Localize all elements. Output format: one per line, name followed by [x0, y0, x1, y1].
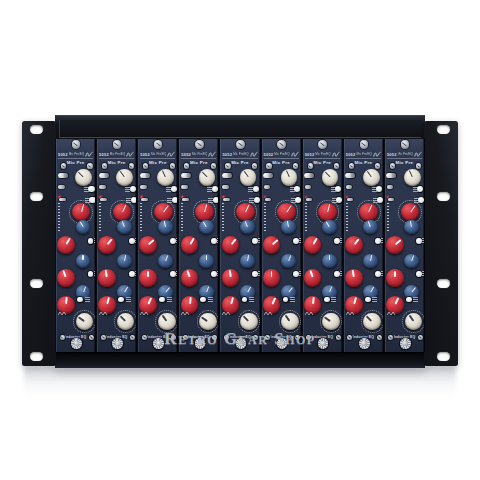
eq-freq-knob-blue: [240, 254, 255, 269]
neve-script-logo-icon: [373, 151, 381, 158]
model-row: 5052Mic Pre/EQ: [58, 150, 93, 159]
eq-freq-knob-blue: [404, 220, 419, 235]
di-input-jack: [225, 163, 230, 168]
model-suffix-label: Mic Pre/EQ: [315, 152, 330, 156]
gain-range-toggle: [141, 173, 150, 178]
phantom-toggle: [140, 185, 147, 189]
trim-knob-red: [236, 203, 255, 222]
knob-pointer-icon: [97, 268, 117, 288]
eq-curve-zigzag-icon: [346, 311, 355, 316]
module-mount-screw-top: [72, 140, 80, 148]
eq-in-button: [242, 297, 248, 303]
hpf-button: [336, 197, 342, 203]
ear-mount-hole: [437, 192, 450, 201]
label-engraving: [125, 187, 130, 192]
level-scale-strip: [305, 203, 307, 233]
eq-in-button: [118, 297, 124, 303]
ear-mount-hole: [30, 279, 43, 288]
gain-range-toggle: [100, 173, 109, 178]
neve-script-logo-icon: [250, 151, 258, 158]
eq-gain-knob-red: [345, 269, 363, 287]
mic-gain-knob: [240, 169, 257, 186]
eq-gain-knob-red: [386, 236, 404, 254]
knob-pointer-icon: [402, 252, 421, 271]
silk-button: [130, 186, 136, 192]
silk-button: [171, 186, 177, 192]
knob-pointer-icon: [139, 269, 157, 287]
eq-gain-knob-red: [98, 236, 116, 254]
level-scale-strip: [99, 203, 101, 233]
panel-screw: [142, 335, 147, 340]
phantom-toggle: [222, 185, 229, 189]
eq-freq-knob-blue: [199, 254, 214, 269]
neve-script-logo-icon: [126, 151, 134, 158]
di-input-jack: [184, 163, 189, 168]
gain-range-toggle: [346, 173, 355, 178]
eq-curve-zigzag-icon: [181, 311, 190, 316]
knob-pointer-icon: [322, 254, 337, 269]
model-row: 5052Mic Pre/EQ: [387, 150, 422, 159]
knob-pointer-icon: [384, 233, 407, 258]
eq-freq-knob-blue: [404, 254, 419, 269]
panel-screw: [170, 163, 175, 168]
trim-knob-red: [318, 203, 337, 222]
polarity-toggle: [182, 198, 189, 202]
trim-knob-red: [154, 203, 173, 222]
model-label: 5052: [346, 152, 356, 157]
knob-pointer-icon: [219, 233, 242, 258]
knob-pointer-icon: [199, 254, 214, 269]
polarity-toggle: [306, 198, 313, 202]
polarity-toggle: [347, 198, 354, 202]
eq-gain-knob-red: [181, 236, 199, 254]
panel-screw: [89, 335, 94, 340]
knob-pointer-icon: [137, 233, 160, 258]
di-input-jack: [349, 163, 354, 168]
model-suffix-label: Mic Pre/EQ: [398, 152, 413, 156]
label-engraving: [84, 187, 89, 192]
neve-script-logo-icon: [332, 151, 340, 158]
knob-pointer-icon: [386, 269, 404, 287]
label-engraving: [126, 297, 131, 302]
phantom-toggle: [264, 185, 271, 189]
eq-curve-zigzag-icon: [222, 311, 231, 316]
knob-pointer-icon: [239, 252, 256, 269]
di-input-jack: [102, 163, 107, 168]
phantom-toggle: [181, 185, 188, 189]
di-input-jack: [143, 163, 148, 168]
di-input-jack: [61, 163, 66, 168]
hpf-button: [172, 197, 178, 203]
eq-freq-knob-blue: [363, 254, 378, 269]
label-engraving: [167, 297, 172, 302]
model-label: 5052: [58, 152, 68, 157]
panel-screw: [388, 335, 393, 340]
eq-in-button: [324, 297, 330, 303]
gain-range-toggle: [182, 173, 191, 178]
label-engraving: [331, 187, 336, 192]
ear-mount-hole: [30, 192, 43, 201]
di-input-jack: [390, 163, 395, 168]
ear-mount-hole: [30, 125, 43, 134]
eq-in-button: [406, 297, 412, 303]
eq-gain-knob-red: [263, 269, 281, 287]
silk-button: [212, 186, 218, 192]
lf-knob-cream: [240, 313, 258, 331]
eq-freq-knob-blue: [76, 254, 91, 269]
label-engraving: [422, 238, 425, 243]
knob-pointer-icon: [155, 282, 176, 303]
module-mount-screw-top: [113, 140, 121, 148]
label-engraving: [85, 297, 90, 302]
model-row: 5052Mic Pre/EQ: [99, 150, 134, 159]
mic-gain-knob: [157, 169, 174, 186]
hpf-button: [89, 197, 95, 203]
module-mount-screw-top: [195, 140, 203, 148]
module-5052-channel: 5052Mic Pre/EQMic PreInductor EQ: [343, 139, 384, 352]
mic-gain-knob: [363, 169, 380, 186]
module-mount-screw-top: [318, 140, 326, 148]
label-engraving: [372, 297, 377, 302]
eq-gain-knob-red: [386, 269, 404, 287]
table-reflection: [24, 367, 456, 397]
module-5052-channel: 5052Mic Pre/EQMic PreInductor EQ: [219, 139, 260, 352]
label-engraving: [290, 187, 295, 192]
hpf-button: [377, 197, 383, 203]
panel-screw: [334, 163, 339, 168]
module-5052-channel: 5052Mic Pre/EQMic PreInductor EQ: [302, 139, 343, 352]
trim-knob-red: [359, 203, 378, 222]
ear-mount-hole: [437, 125, 450, 134]
level-scale-strip: [346, 203, 348, 233]
gain-range-toggle: [223, 173, 232, 178]
panel-screw: [293, 163, 298, 168]
hpf-button: [418, 197, 424, 203]
label-engraving: [331, 297, 336, 302]
module-5052-channel: 5052Mic Pre/EQMic PreInductor EQ: [384, 139, 425, 352]
polarity-toggle: [223, 198, 230, 202]
eq-freq-knob-blue: [240, 220, 255, 235]
rack-ear-right: [424, 121, 458, 366]
model-suffix-label: Mic Pre/EQ: [110, 152, 125, 156]
eq-freq-knob-blue: [158, 220, 173, 235]
knob-pointer-icon: [278, 282, 299, 303]
polarity-toggle: [100, 198, 107, 202]
panel-screw: [375, 163, 380, 168]
lf-knob-cream: [199, 313, 217, 331]
panel-screw: [129, 163, 134, 168]
eq-curve-zigzag-icon: [140, 311, 149, 316]
module-rack: 5052Mic Pre/EQMic PreInductor EQ5052Mic …: [55, 139, 425, 352]
level-scale-strip: [58, 203, 60, 233]
level-scale-strip: [264, 203, 266, 233]
label-engraving: [249, 297, 254, 302]
module-mount-screw-top: [154, 140, 162, 148]
eq-gain-knob-red: [345, 236, 363, 254]
knob-pointer-icon: [263, 269, 281, 287]
model-row: 5052Mic Pre/EQ: [181, 150, 216, 159]
eq-gain-knob-red: [222, 236, 240, 254]
hpf-button: [213, 197, 219, 203]
model-row: 5052Mic Pre/EQ: [264, 150, 299, 159]
eq-gain-knob-red: [181, 269, 199, 287]
panel-screw: [211, 163, 216, 168]
eq-curve-zigzag-icon: [58, 311, 67, 316]
trim-knob-red: [72, 203, 91, 222]
ear-mount-hole: [437, 279, 450, 288]
model-row: 5052Mic Pre/EQ: [140, 150, 175, 159]
mic-gain-knob: [322, 169, 339, 186]
eq-freq-knob-blue: [281, 220, 296, 235]
module-thumbscrew: [112, 338, 123, 349]
eq-freq-knob-blue: [158, 254, 173, 269]
trim-knob-red: [401, 203, 420, 222]
panel-screw: [101, 335, 106, 340]
knob-pointer-icon: [261, 233, 284, 258]
eq-freq-knob-blue: [322, 220, 337, 235]
trim-knob-red: [277, 203, 296, 222]
eq-freq-knob-blue: [281, 254, 296, 269]
gain-range-toggle: [59, 173, 68, 178]
panel-screw: [252, 163, 257, 168]
eq-gain-knob-red: [98, 269, 116, 287]
model-label: 5052: [387, 152, 397, 157]
panel-screw: [87, 163, 92, 168]
module-thumbscrew: [318, 338, 329, 349]
eq-gain-knob-red: [139, 236, 157, 254]
di-input-jack: [308, 163, 313, 168]
model-suffix-label: Mic Pre/EQ: [192, 152, 207, 156]
rack-top-blank-panel: [55, 115, 425, 141]
knob-pointer-icon: [279, 252, 298, 271]
lf-knob-cream: [281, 313, 299, 331]
knob-pointer-icon: [280, 218, 297, 235]
panel-screw: [377, 335, 382, 340]
panel-screw: [347, 335, 352, 340]
eq-freq-knob-blue: [322, 254, 337, 269]
silk-button: [335, 186, 341, 192]
eq-freq-knob-blue: [76, 220, 91, 235]
model-row: 5052Mic Pre/EQ: [305, 150, 340, 159]
model-label: 5052: [264, 152, 274, 157]
module-5052-channel: 5052Mic Pre/EQMic PreInductor EQ: [137, 139, 178, 352]
module-mount-screw-top: [360, 140, 368, 148]
watermark-text: Retro Gear Shop: [164, 329, 315, 349]
eq-gain-knob-red: [222, 269, 240, 287]
module-mount-screw-top: [401, 140, 409, 148]
eq-curve-zigzag-icon: [305, 311, 314, 316]
eq-freq-knob-blue: [363, 220, 378, 235]
eq-in-button: [200, 297, 206, 303]
polarity-toggle: [265, 198, 272, 202]
eq-in-button: [77, 297, 83, 303]
polarity-toggle: [388, 198, 395, 202]
knob-pointer-icon: [157, 218, 174, 235]
ear-mount-hole: [30, 352, 43, 361]
knob-pointer-icon: [116, 252, 133, 269]
silk-button: [88, 186, 94, 192]
product-photo-scene: 5052Mic Pre/EQMic PreInductor EQ5052Mic …: [0, 0, 480, 480]
mic-gain-knob: [404, 169, 421, 186]
knob-pointer-icon: [178, 267, 200, 290]
eq-gain-knob-red: [139, 269, 157, 287]
trim-knob-red: [113, 203, 132, 222]
panel-screw: [418, 335, 423, 340]
phantom-toggle: [346, 185, 353, 189]
module-5052-channel: 5052Mic Pre/EQMic PreInductor EQ: [55, 139, 96, 352]
eq-freq-knob-blue: [117, 254, 132, 269]
module-thumbscrew: [153, 338, 164, 349]
knob-pointer-icon: [302, 267, 324, 290]
module-thumbscrew: [71, 338, 82, 349]
trim-knob-red: [195, 203, 214, 222]
label-engraving: [290, 297, 295, 302]
mic-gain-knob: [199, 169, 216, 186]
eq-in-button: [365, 297, 371, 303]
knob-pointer-icon: [361, 282, 381, 302]
di-input-jack: [266, 163, 271, 168]
eq-freq-knob-blue: [199, 220, 214, 235]
label-engraving: [422, 271, 425, 276]
hpf-button: [254, 197, 260, 203]
model-row: 5052Mic Pre/EQ: [222, 150, 257, 159]
eq-gain-knob-red: [263, 236, 281, 254]
knob-pointer-icon: [156, 252, 175, 271]
model-suffix-label: Mic Pre/EQ: [233, 152, 248, 156]
model-label: 5052: [222, 152, 232, 157]
polarity-toggle: [59, 198, 66, 202]
knob-pointer-icon: [302, 233, 325, 257]
eq-gain-knob-red: [304, 269, 322, 287]
knob-pointer-icon: [220, 268, 240, 288]
knob-pointer-icon: [362, 252, 379, 269]
lf-knob-cream: [158, 313, 176, 331]
mic-gain-knob: [116, 169, 133, 186]
eq-in-button: [159, 297, 165, 303]
eq-curve-zigzag-icon: [387, 311, 396, 316]
model-suffix-label: Mic Pre/EQ: [274, 152, 289, 156]
eq-curve-zigzag-icon: [264, 311, 273, 316]
model-label: 5052: [305, 152, 315, 157]
phantom-toggle: [58, 185, 65, 189]
neve-script-logo-icon: [85, 151, 93, 158]
knob-pointer-icon: [55, 233, 78, 257]
knob-pointer-icon: [343, 233, 366, 258]
phantom-toggle: [305, 185, 312, 189]
label-engraving: [166, 187, 171, 192]
silk-button: [417, 186, 423, 192]
hpf-button: [295, 197, 301, 203]
model-suffix-label: Mic Pre/EQ: [69, 152, 84, 156]
hpf-button: [131, 197, 137, 203]
label-engraving: [372, 187, 377, 192]
neve-script-logo-icon: [414, 151, 422, 158]
level-scale-strip: [181, 203, 183, 233]
knob-pointer-icon: [96, 233, 119, 258]
gain-range-toggle: [264, 173, 273, 178]
silk-button: [253, 186, 259, 192]
panel-screw: [336, 335, 341, 340]
phantom-toggle: [99, 185, 106, 189]
level-scale-strip: [140, 203, 142, 233]
module-5052-channel: 5052Mic Pre/EQMic PreInductor EQ: [178, 139, 219, 352]
gain-range-toggle: [387, 173, 396, 178]
model-row: 5052Mic Pre/EQ: [346, 150, 381, 159]
knob-pointer-icon: [76, 254, 91, 269]
gain-range-toggle: [305, 173, 314, 178]
lf-knob-cream: [76, 313, 94, 331]
module-mount-screw-top: [277, 140, 285, 148]
model-label: 5052: [99, 152, 109, 157]
mic-gain-knob: [75, 169, 92, 186]
lf-knob-cream: [117, 313, 135, 331]
module-mount-screw-top: [236, 140, 244, 148]
knob-pointer-icon: [237, 282, 257, 302]
knob-pointer-icon: [114, 282, 134, 302]
eq-gain-knob-red: [57, 269, 75, 287]
lf-knob-cream: [322, 313, 340, 331]
lf-knob-cream: [405, 313, 423, 331]
model-suffix-label: Mic Pre/EQ: [356, 152, 371, 156]
module-thumbscrew: [400, 338, 411, 349]
knob-pointer-icon: [401, 282, 422, 303]
rack-bottom-rail: [55, 352, 425, 368]
label-engraving: [207, 187, 212, 192]
panel-screw: [416, 163, 421, 168]
silk-button: [294, 186, 300, 192]
module-thumbscrew: [359, 338, 370, 349]
module-5052-channel: 5052Mic Pre/EQMic PreInductor EQ: [96, 139, 137, 352]
panel-screw: [130, 335, 135, 340]
eq-gain-knob-red: [304, 236, 322, 254]
neve-script-logo-icon: [167, 151, 175, 158]
panel-screw: [60, 335, 65, 340]
neve-script-logo-icon: [208, 151, 216, 158]
knob-pointer-icon: [344, 268, 364, 288]
phantom-toggle: [387, 185, 394, 189]
rack-ear-left: [22, 121, 56, 366]
label-engraving: [248, 187, 253, 192]
level-scale-strip: [222, 203, 224, 233]
model-label: 5052: [140, 152, 150, 157]
silk-button: [376, 186, 382, 192]
polarity-toggle: [141, 198, 148, 202]
eq-curve-zigzag-icon: [99, 311, 108, 316]
model-label: 5052: [181, 152, 191, 157]
eq-freq-knob-blue: [117, 220, 132, 235]
label-engraving: [413, 297, 418, 302]
knob-pointer-icon: [55, 267, 77, 290]
module-5052-channel: 5052Mic Pre/EQMic PreInductor EQ: [261, 139, 302, 352]
ear-mount-hole: [437, 352, 450, 361]
label-engraving: [413, 187, 418, 192]
eq-in-button: [283, 297, 289, 303]
level-scale-strip: [387, 203, 389, 233]
label-engraving: [208, 297, 213, 302]
model-suffix-label: Mic Pre/EQ: [151, 152, 166, 156]
neve-script-logo-icon: [291, 151, 299, 158]
mic-gain-knob: [281, 169, 298, 186]
eq-gain-knob-red: [57, 236, 75, 254]
knob-pointer-icon: [178, 233, 201, 257]
